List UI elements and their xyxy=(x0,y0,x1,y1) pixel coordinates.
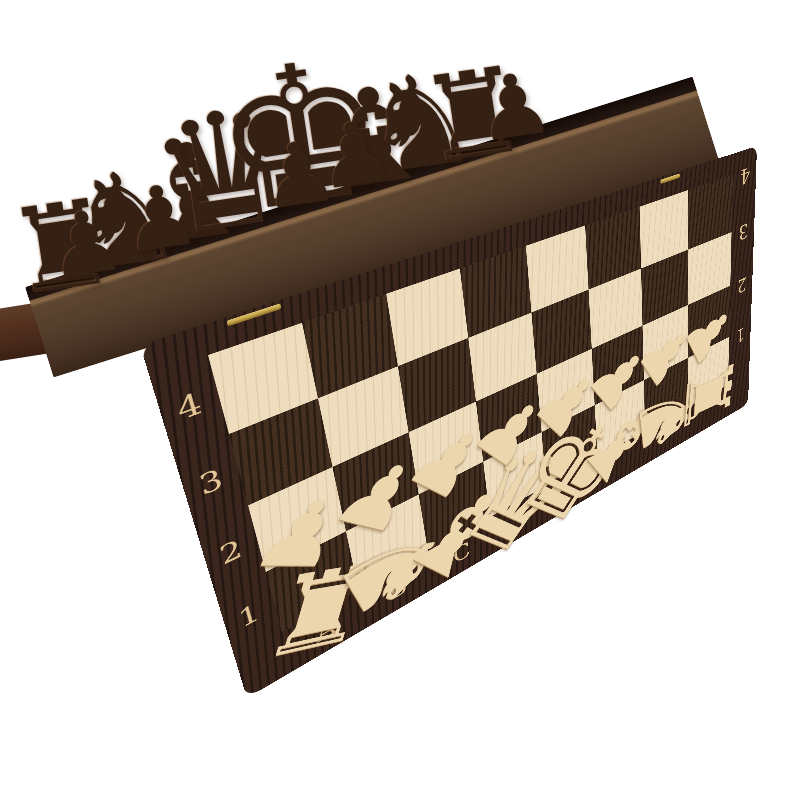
rank-label-right-2: 2 xyxy=(737,274,747,296)
rank-label-right-3: 3 xyxy=(739,220,749,243)
brass-hinge-right xyxy=(660,174,679,185)
black-pawn-shelf-2: ♟ xyxy=(41,195,130,291)
rank-label-left-2: 2 xyxy=(217,535,245,569)
rank-label-right-4: 4 xyxy=(740,164,750,188)
chess-set-photo: ♜♟♞♟♝♛♟♚♟♝♞♜♟ 43214321ABC♜♞♝♛♚♝♞♜♟♟♟♟♟♟♟… xyxy=(0,0,800,800)
black-pawn-shelf-4: ♟ xyxy=(116,169,205,265)
rank-label-left-4: 4 xyxy=(173,388,205,425)
black-pawn-shelf-13: ♟ xyxy=(469,58,558,154)
black-pawn-shelf-9: ♟ xyxy=(311,106,400,202)
rank-label-left-1: 1 xyxy=(236,600,262,632)
rank-label-left-3: 3 xyxy=(196,465,226,500)
